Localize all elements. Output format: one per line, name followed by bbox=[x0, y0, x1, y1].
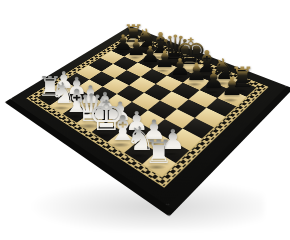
piece-black-pawn-h7[interactable]: ♟ bbox=[221, 75, 243, 100]
scene: ♜♞♝♛♚♝♞♜♟♟♟♟♟♟♟♟♟♟♟♟♟♟♟♟♜♞♝♛♚♝♞♜ bbox=[0, 0, 290, 240]
pieces-layer: ♜♞♝♛♚♝♞♜♟♟♟♟♟♟♟♟♟♟♟♟♟♟♟♟♜♞♝♛♚♝♞♜ bbox=[0, 0, 290, 240]
piece-white-rook-h1[interactable]: ♜ bbox=[145, 135, 174, 167]
